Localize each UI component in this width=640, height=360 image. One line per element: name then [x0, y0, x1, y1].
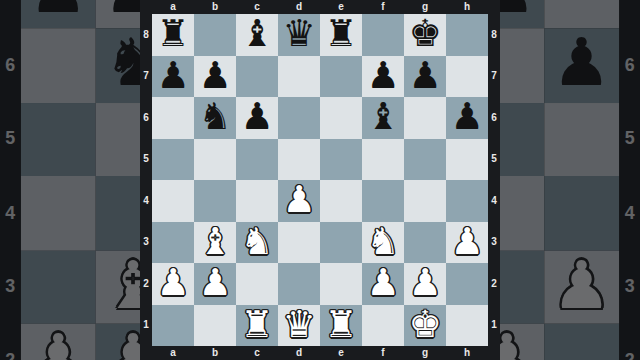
square-d5[interactable] — [278, 139, 320, 181]
rank-label-7-right: 7 — [488, 56, 500, 98]
square-e1[interactable]: ♜ — [320, 305, 362, 347]
piece-black-pawn-a7: ♟ — [156, 57, 189, 94]
square-f7[interactable]: ♟ — [362, 56, 404, 98]
piece-black-rook-e8: ♜ — [324, 15, 357, 52]
file-label-f-top: f — [362, 0, 404, 14]
file-label-h-top: h — [446, 0, 488, 14]
square-e2[interactable] — [320, 263, 362, 305]
square-b6[interactable]: ♞ — [194, 97, 236, 139]
square-h7[interactable] — [446, 56, 488, 98]
square-h2[interactable] — [446, 263, 488, 305]
piece-white-queen-d1: ♛ — [282, 306, 315, 343]
square-d2[interactable] — [278, 263, 320, 305]
rank-label-8-right: 8 — [488, 14, 500, 56]
piece-black-queen-d8: ♛ — [282, 15, 315, 52]
square-d7[interactable] — [278, 56, 320, 98]
square-e8[interactable]: ♜ — [320, 14, 362, 56]
square-h6[interactable]: ♟ — [446, 97, 488, 139]
square-a4[interactable] — [152, 180, 194, 222]
square-b1[interactable] — [194, 305, 236, 347]
square-e4[interactable] — [320, 180, 362, 222]
rank-label-6-right: 6 — [488, 97, 500, 139]
square-e6[interactable] — [320, 97, 362, 139]
rank-label-3-left: 3 — [140, 222, 152, 264]
rank-label-1-right: 1 — [488, 305, 500, 347]
file-label-f-bottom: f — [362, 346, 404, 360]
square-b2[interactable]: ♟ — [194, 263, 236, 305]
piece-white-rook-c1: ♜ — [240, 306, 273, 343]
square-a7[interactable]: ♟ — [152, 56, 194, 98]
file-label-c-bottom: c — [236, 346, 278, 360]
square-d6[interactable] — [278, 97, 320, 139]
piece-white-knight-f3: ♞ — [366, 223, 399, 260]
square-e5[interactable] — [320, 139, 362, 181]
square-h8[interactable] — [446, 14, 488, 56]
rank-label-2-left: 2 — [140, 263, 152, 305]
square-c4[interactable] — [236, 180, 278, 222]
square-f8[interactable] — [362, 14, 404, 56]
square-f1[interactable] — [362, 305, 404, 347]
rank-label-3-right: 3 — [488, 222, 500, 264]
square-g3[interactable] — [404, 222, 446, 264]
square-c5[interactable] — [236, 139, 278, 181]
square-g7[interactable]: ♟ — [404, 56, 446, 98]
rank-label-2-right: 2 — [488, 263, 500, 305]
chess-board-screenshot: abcdefghabcdefgh8765432187654321♜♝♛♜♚♟♟♟… — [0, 0, 640, 360]
file-labels-bottom: abcdefgh — [152, 346, 488, 360]
rank-label-4-left: 4 — [140, 180, 152, 222]
square-e7[interactable] — [320, 56, 362, 98]
square-a2[interactable]: ♟ — [152, 263, 194, 305]
piece-white-rook-e1: ♜ — [324, 306, 357, 343]
square-b5[interactable] — [194, 139, 236, 181]
file-label-g-top: g — [404, 0, 446, 14]
piece-black-king-g8: ♚ — [408, 15, 441, 52]
piece-white-pawn-a2: ♟ — [156, 264, 189, 301]
square-c3[interactable]: ♞ — [236, 222, 278, 264]
piece-white-bishop-b3: ♝ — [198, 223, 231, 260]
square-a6[interactable] — [152, 97, 194, 139]
square-a5[interactable] — [152, 139, 194, 181]
square-g4[interactable] — [404, 180, 446, 222]
piece-black-pawn-c6: ♟ — [240, 98, 273, 135]
square-a8[interactable]: ♜ — [152, 14, 194, 56]
rank-label-5-right: 5 — [488, 139, 500, 181]
square-f5[interactable] — [362, 139, 404, 181]
square-d8[interactable]: ♛ — [278, 14, 320, 56]
square-a3[interactable] — [152, 222, 194, 264]
piece-black-rook-a8: ♜ — [156, 15, 189, 52]
square-d1[interactable]: ♛ — [278, 305, 320, 347]
piece-white-pawn-d4: ♟ — [282, 181, 315, 218]
squares-grid: ♜♝♛♜♚♟♟♟♟♞♟♝♟♟♝♞♞♟♟♟♟♟♜♛♜♚ — [152, 14, 488, 346]
piece-black-bishop-f6: ♝ — [366, 98, 399, 135]
piece-black-pawn-f7: ♟ — [366, 57, 399, 94]
square-c7[interactable] — [236, 56, 278, 98]
chess-board: abcdefghabcdefgh8765432187654321♜♝♛♜♚♟♟♟… — [140, 0, 500, 360]
square-b4[interactable] — [194, 180, 236, 222]
file-label-b-top: b — [194, 0, 236, 14]
square-d3[interactable] — [278, 222, 320, 264]
square-f3[interactable]: ♞ — [362, 222, 404, 264]
square-f2[interactable]: ♟ — [362, 263, 404, 305]
piece-black-bishop-c8: ♝ — [240, 15, 273, 52]
square-b7[interactable]: ♟ — [194, 56, 236, 98]
file-label-d-bottom: d — [278, 346, 320, 360]
square-b3[interactable]: ♝ — [194, 222, 236, 264]
square-f6[interactable]: ♝ — [362, 97, 404, 139]
rank-label-4-right: 4 — [488, 180, 500, 222]
piece-white-pawn-h3: ♟ — [450, 223, 483, 260]
piece-black-pawn-b7: ♟ — [198, 57, 231, 94]
file-label-g-bottom: g — [404, 346, 446, 360]
square-h3[interactable]: ♟ — [446, 222, 488, 264]
square-g1[interactable]: ♚ — [404, 305, 446, 347]
file-label-d-top: d — [278, 0, 320, 14]
square-c6[interactable]: ♟ — [236, 97, 278, 139]
rank-label-5-left: 5 — [140, 139, 152, 181]
square-a1[interactable] — [152, 305, 194, 347]
file-label-a-top: a — [152, 0, 194, 14]
square-g6[interactable] — [404, 97, 446, 139]
rank-label-8-left: 8 — [140, 14, 152, 56]
file-label-c-top: c — [236, 0, 278, 14]
rank-labels-right: 87654321 — [488, 14, 500, 346]
file-label-e-top: e — [320, 0, 362, 14]
square-b8[interactable] — [194, 14, 236, 56]
square-h1[interactable] — [446, 305, 488, 347]
square-f4[interactable] — [362, 180, 404, 222]
file-label-e-bottom: e — [320, 346, 362, 360]
square-d4[interactable]: ♟ — [278, 180, 320, 222]
piece-black-pawn-g7: ♟ — [408, 57, 441, 94]
rank-labels-left: 87654321 — [140, 14, 152, 346]
square-g8[interactable]: ♚ — [404, 14, 446, 56]
rank-label-6-left: 6 — [140, 97, 152, 139]
file-labels-top: abcdefgh — [152, 0, 488, 14]
rank-label-1-left: 1 — [140, 305, 152, 347]
square-g2[interactable]: ♟ — [404, 263, 446, 305]
square-c2[interactable] — [236, 263, 278, 305]
piece-white-pawn-f2: ♟ — [366, 264, 399, 301]
piece-black-pawn-h6: ♟ — [450, 98, 483, 135]
piece-white-knight-c3: ♞ — [240, 223, 273, 260]
piece-white-king-g1: ♚ — [408, 306, 441, 343]
square-h4[interactable] — [446, 180, 488, 222]
square-g5[interactable] — [404, 139, 446, 181]
file-label-b-bottom: b — [194, 346, 236, 360]
piece-black-knight-b6: ♞ — [198, 98, 231, 135]
square-e3[interactable] — [320, 222, 362, 264]
file-label-a-bottom: a — [152, 346, 194, 360]
rank-label-7-left: 7 — [140, 56, 152, 98]
square-c8[interactable]: ♝ — [236, 14, 278, 56]
piece-white-pawn-g2: ♟ — [408, 264, 441, 301]
file-label-h-bottom: h — [446, 346, 488, 360]
square-c1[interactable]: ♜ — [236, 305, 278, 347]
square-h5[interactable] — [446, 139, 488, 181]
piece-white-pawn-b2: ♟ — [198, 264, 231, 301]
